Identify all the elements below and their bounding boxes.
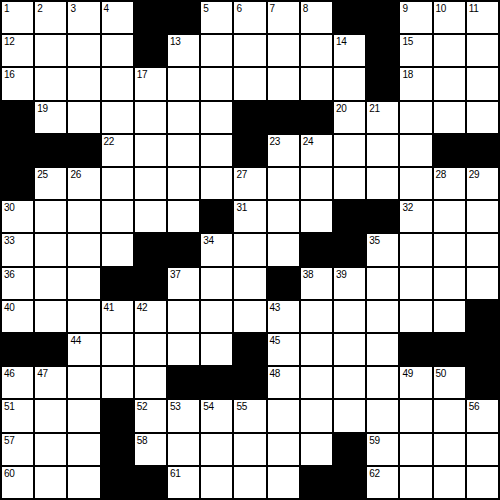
clue-number: 43 xyxy=(270,302,281,313)
cell-r6c12[interactable] xyxy=(367,168,398,199)
clue-number: 60 xyxy=(4,468,15,479)
cell-r14c5[interactable]: 58 xyxy=(135,434,166,465)
cell-r6c7[interactable] xyxy=(201,168,232,199)
cell-r13c12[interactable] xyxy=(367,400,398,431)
cell-r10c1[interactable]: 40 xyxy=(2,301,33,332)
cell-r10c2[interactable] xyxy=(35,301,66,332)
cell-r6c6[interactable] xyxy=(168,168,199,199)
cell-r7c13[interactable]: 32 xyxy=(400,201,431,232)
black-cell-r5c2 xyxy=(35,135,66,166)
black-cell-r2c5 xyxy=(135,35,166,66)
black-cell-r9c4 xyxy=(102,268,133,299)
black-cell-r7c11 xyxy=(334,201,365,232)
cell-r12c11[interactable] xyxy=(334,367,365,398)
cell-r11c9[interactable]: 45 xyxy=(268,334,299,365)
clue-number: 39 xyxy=(336,269,347,280)
cell-r14c14[interactable] xyxy=(434,434,465,465)
clue-number: 31 xyxy=(236,202,247,213)
cell-r10c7[interactable] xyxy=(201,301,232,332)
cell-r13c3[interactable] xyxy=(68,400,99,431)
cell-r14c2[interactable] xyxy=(35,434,66,465)
black-cell-r5c3 xyxy=(68,135,99,166)
cell-r12c4[interactable] xyxy=(102,367,133,398)
cell-r2c3[interactable] xyxy=(68,35,99,66)
cell-r6c10[interactable] xyxy=(301,168,332,199)
cell-r5c6[interactable] xyxy=(168,135,199,166)
clue-number: 57 xyxy=(4,435,15,446)
clue-number: 1 xyxy=(4,3,9,14)
clue-number: 13 xyxy=(170,36,181,47)
cell-r1c13[interactable]: 9 xyxy=(400,2,431,33)
black-cell-r15c5 xyxy=(135,467,166,498)
cell-r12c3[interactable] xyxy=(68,367,99,398)
cell-r9c13[interactable] xyxy=(400,268,431,299)
cell-r1c4[interactable]: 4 xyxy=(102,2,133,33)
cell-r6c9[interactable] xyxy=(268,168,299,199)
cell-r3c8[interactable] xyxy=(234,68,265,99)
clue-number: 59 xyxy=(369,435,380,446)
cell-r3c1[interactable]: 16 xyxy=(2,68,33,99)
cell-r15c15[interactable] xyxy=(467,467,498,498)
cell-r8c7[interactable]: 34 xyxy=(201,234,232,265)
cell-r11c7[interactable] xyxy=(201,334,232,365)
cell-r9c3[interactable] xyxy=(68,268,99,299)
clue-number: 52 xyxy=(137,401,148,412)
black-cell-r14c11 xyxy=(334,434,365,465)
black-cell-r12c8 xyxy=(234,367,265,398)
cell-r2c4[interactable] xyxy=(102,35,133,66)
cell-r3c13[interactable]: 18 xyxy=(400,68,431,99)
cell-r8c9[interactable] xyxy=(268,234,299,265)
black-cell-r15c10 xyxy=(301,467,332,498)
cell-r13c5[interactable]: 52 xyxy=(135,400,166,431)
cell-r14c9[interactable] xyxy=(268,434,299,465)
clue-number: 50 xyxy=(436,368,447,379)
cell-r1c1[interactable]: 1 xyxy=(2,2,33,33)
clue-number: 7 xyxy=(270,3,275,14)
cell-r13c6[interactable]: 53 xyxy=(168,400,199,431)
clue-number: 36 xyxy=(4,269,15,280)
cell-r11c5[interactable] xyxy=(135,334,166,365)
black-cell-r6c1 xyxy=(2,168,33,199)
cell-r15c2[interactable] xyxy=(35,467,66,498)
cell-r4c3[interactable] xyxy=(68,102,99,133)
cell-r15c13[interactable] xyxy=(400,467,431,498)
cell-r12c14[interactable]: 50 xyxy=(434,367,465,398)
clue-number: 42 xyxy=(137,302,148,313)
clue-number: 53 xyxy=(170,401,181,412)
cell-r12c9[interactable]: 48 xyxy=(268,367,299,398)
clue-number: 30 xyxy=(4,202,15,213)
black-cell-r7c12 xyxy=(367,201,398,232)
cell-r4c12[interactable]: 21 xyxy=(367,102,398,133)
cell-r8c2[interactable] xyxy=(35,234,66,265)
clue-number: 20 xyxy=(336,103,347,114)
cell-r13c10[interactable] xyxy=(301,400,332,431)
cell-r6c5[interactable] xyxy=(135,168,166,199)
clue-number: 2 xyxy=(37,3,42,14)
cell-r8c1[interactable]: 33 xyxy=(2,234,33,265)
black-cell-r7c7 xyxy=(201,201,232,232)
cell-r6c2[interactable]: 25 xyxy=(35,168,66,199)
cell-r11c4[interactable] xyxy=(102,334,133,365)
cell-r12c5[interactable] xyxy=(135,367,166,398)
cell-r9c11[interactable]: 39 xyxy=(334,268,365,299)
cell-r14c12[interactable]: 59 xyxy=(367,434,398,465)
black-cell-r10c15 xyxy=(467,301,498,332)
black-cell-r11c2 xyxy=(35,334,66,365)
cell-r2c8[interactable] xyxy=(234,35,265,66)
cell-r7c10[interactable] xyxy=(301,201,332,232)
cell-r14c8[interactable] xyxy=(234,434,265,465)
cell-r8c4[interactable] xyxy=(102,234,133,265)
black-cell-r11c14 xyxy=(434,334,465,365)
cell-r7c15[interactable] xyxy=(467,201,498,232)
clue-number: 33 xyxy=(4,235,15,246)
clue-number: 62 xyxy=(369,468,380,479)
clue-number: 34 xyxy=(203,235,214,246)
clue-number: 22 xyxy=(104,136,115,147)
clue-number: 28 xyxy=(436,169,447,180)
cell-r7c5[interactable] xyxy=(135,201,166,232)
black-cell-r11c1 xyxy=(2,334,33,365)
cell-r5c9[interactable]: 23 xyxy=(268,135,299,166)
cell-r5c7[interactable] xyxy=(201,135,232,166)
clue-number: 17 xyxy=(137,69,148,80)
clue-number: 23 xyxy=(270,136,281,147)
cell-r6c14[interactable]: 28 xyxy=(434,168,465,199)
cell-r7c6[interactable] xyxy=(168,201,199,232)
cell-r10c10[interactable] xyxy=(301,301,332,332)
cell-r7c9[interactable] xyxy=(268,201,299,232)
cell-r11c11[interactable] xyxy=(334,334,365,365)
cell-r15c12[interactable]: 62 xyxy=(367,467,398,498)
cell-r6c13[interactable] xyxy=(400,168,431,199)
crossword-board: 1234567891011121314151617181920212223242… xyxy=(0,0,500,500)
clue-number: 25 xyxy=(37,169,48,180)
black-cell-r12c6 xyxy=(168,367,199,398)
clue-number: 37 xyxy=(170,269,181,280)
black-cell-r9c9 xyxy=(268,268,299,299)
black-cell-r15c4 xyxy=(102,467,133,498)
cell-r5c11[interactable] xyxy=(334,135,365,166)
cell-r4c15[interactable] xyxy=(467,102,498,133)
black-cell-r5c14 xyxy=(434,135,465,166)
cell-r15c14[interactable] xyxy=(434,467,465,498)
clue-number: 16 xyxy=(4,69,15,80)
cell-r9c1[interactable]: 36 xyxy=(2,268,33,299)
clue-number: 51 xyxy=(4,401,15,412)
cell-r3c15[interactable] xyxy=(467,68,498,99)
cell-r5c10[interactable]: 24 xyxy=(301,135,332,166)
cell-r1c9[interactable]: 7 xyxy=(268,2,299,33)
clue-number: 35 xyxy=(369,235,380,246)
cell-r15c9[interactable] xyxy=(268,467,299,498)
black-cell-r8c11 xyxy=(334,234,365,265)
cell-r14c13[interactable] xyxy=(400,434,431,465)
cell-r13c9[interactable] xyxy=(268,400,299,431)
clue-number: 56 xyxy=(469,401,480,412)
black-cell-r9c5 xyxy=(135,268,166,299)
cell-r9c6[interactable]: 37 xyxy=(168,268,199,299)
cell-r4c6[interactable] xyxy=(168,102,199,133)
clue-number: 55 xyxy=(236,401,247,412)
cell-r13c15[interactable]: 56 xyxy=(467,400,498,431)
cell-r3c4[interactable] xyxy=(102,68,133,99)
cell-r2c13[interactable]: 15 xyxy=(400,35,431,66)
clue-number: 46 xyxy=(4,368,15,379)
cell-r3c10[interactable] xyxy=(301,68,332,99)
cell-r2c14[interactable] xyxy=(434,35,465,66)
clue-number: 3 xyxy=(70,3,75,14)
cell-r7c14[interactable] xyxy=(434,201,465,232)
black-cell-r1c12 xyxy=(367,2,398,33)
black-cell-r8c6 xyxy=(168,234,199,265)
cell-r1c2[interactable]: 2 xyxy=(35,2,66,33)
cell-r11c3[interactable]: 44 xyxy=(68,334,99,365)
cell-r1c10[interactable]: 8 xyxy=(301,2,332,33)
clue-number: 11 xyxy=(469,3,479,14)
cell-r4c2[interactable]: 19 xyxy=(35,102,66,133)
cell-r15c6[interactable]: 61 xyxy=(168,467,199,498)
cell-r10c9[interactable]: 43 xyxy=(268,301,299,332)
clue-number: 27 xyxy=(236,169,247,180)
clue-number: 58 xyxy=(137,435,148,446)
cell-r14c6[interactable] xyxy=(168,434,199,465)
clue-number: 48 xyxy=(270,368,281,379)
cell-r11c6[interactable] xyxy=(168,334,199,365)
cell-r6c8[interactable]: 27 xyxy=(234,168,265,199)
cell-r14c7[interactable] xyxy=(201,434,232,465)
cell-r6c3[interactable]: 26 xyxy=(68,168,99,199)
cell-r3c6[interactable] xyxy=(168,68,199,99)
black-cell-r4c1 xyxy=(2,102,33,133)
cell-r15c3[interactable] xyxy=(68,467,99,498)
cell-r9c7[interactable] xyxy=(201,268,232,299)
cell-r7c8[interactable]: 31 xyxy=(234,201,265,232)
cell-r8c8[interactable] xyxy=(234,234,265,265)
cell-r2c10[interactable] xyxy=(301,35,332,66)
cell-r10c11[interactable] xyxy=(334,301,365,332)
cell-r10c8[interactable] xyxy=(234,301,265,332)
black-cell-r5c8 xyxy=(234,135,265,166)
cell-r8c12[interactable]: 35 xyxy=(367,234,398,265)
cell-r13c13[interactable] xyxy=(400,400,431,431)
cell-r8c15[interactable] xyxy=(467,234,498,265)
cell-r7c2[interactable] xyxy=(35,201,66,232)
black-cell-r12c15 xyxy=(467,367,498,398)
cell-r15c8[interactable] xyxy=(234,467,265,498)
cell-r14c3[interactable] xyxy=(68,434,99,465)
cell-r3c11[interactable] xyxy=(334,68,365,99)
cell-r8c13[interactable] xyxy=(400,234,431,265)
clue-number: 10 xyxy=(436,3,447,14)
cell-r13c11[interactable] xyxy=(334,400,365,431)
black-cell-r3c12 xyxy=(367,68,398,99)
cell-r4c14[interactable] xyxy=(434,102,465,133)
black-cell-r8c10 xyxy=(301,234,332,265)
black-cell-r8c5 xyxy=(135,234,166,265)
cell-r4c11[interactable]: 20 xyxy=(334,102,365,133)
cell-r10c6[interactable] xyxy=(168,301,199,332)
cell-r4c5[interactable] xyxy=(135,102,166,133)
cell-r10c3[interactable] xyxy=(68,301,99,332)
black-cell-r12c7 xyxy=(201,367,232,398)
cell-r5c5[interactable] xyxy=(135,135,166,166)
cell-r6c15[interactable]: 29 xyxy=(467,168,498,199)
cell-r2c1[interactable]: 12 xyxy=(2,35,33,66)
clue-number: 8 xyxy=(303,3,308,14)
cell-r9c10[interactable]: 38 xyxy=(301,268,332,299)
clue-number: 44 xyxy=(70,335,81,346)
cell-r13c1[interactable]: 51 xyxy=(2,400,33,431)
cell-r10c13[interactable] xyxy=(400,301,431,332)
cell-r14c10[interactable] xyxy=(301,434,332,465)
clue-number: 4 xyxy=(104,3,109,14)
cell-r13c7[interactable]: 54 xyxy=(201,400,232,431)
cell-r3c3[interactable] xyxy=(68,68,99,99)
cell-r2c2[interactable] xyxy=(35,35,66,66)
cell-r5c12[interactable] xyxy=(367,135,398,166)
cell-r10c14[interactable] xyxy=(434,301,465,332)
clue-number: 61 xyxy=(170,468,181,479)
black-cell-r1c11 xyxy=(334,2,365,33)
cell-r4c7[interactable] xyxy=(201,102,232,133)
cell-r3c2[interactable] xyxy=(35,68,66,99)
cell-r12c13[interactable]: 49 xyxy=(400,367,431,398)
cell-r2c7[interactable] xyxy=(201,35,232,66)
clue-number: 12 xyxy=(4,36,15,47)
black-cell-r4c10 xyxy=(301,102,332,133)
cell-r7c4[interactable] xyxy=(102,201,133,232)
clue-number: 6 xyxy=(236,3,241,14)
cell-r2c6[interactable]: 13 xyxy=(168,35,199,66)
cell-r9c12[interactable] xyxy=(367,268,398,299)
cell-r13c2[interactable] xyxy=(35,400,66,431)
cell-r3c7[interactable] xyxy=(201,68,232,99)
clue-number: 40 xyxy=(4,302,15,313)
black-cell-r4c8 xyxy=(234,102,265,133)
black-cell-r1c5 xyxy=(135,2,166,33)
cell-r1c3[interactable]: 3 xyxy=(68,2,99,33)
cell-r15c7[interactable] xyxy=(201,467,232,498)
cell-r15c1[interactable]: 60 xyxy=(2,467,33,498)
cell-r13c8[interactable]: 55 xyxy=(234,400,265,431)
cell-r9c2[interactable] xyxy=(35,268,66,299)
cell-r10c4[interactable]: 41 xyxy=(102,301,133,332)
cell-r1c8[interactable]: 6 xyxy=(234,2,265,33)
cell-r10c12[interactable] xyxy=(367,301,398,332)
black-cell-r13c4 xyxy=(102,400,133,431)
cell-r7c1[interactable]: 30 xyxy=(2,201,33,232)
cell-r12c12[interactable] xyxy=(367,367,398,398)
cell-r2c9[interactable] xyxy=(268,35,299,66)
cell-r1c7[interactable]: 5 xyxy=(201,2,232,33)
cell-r3c9[interactable] xyxy=(268,68,299,99)
cell-r14c15[interactable] xyxy=(467,434,498,465)
clue-number: 9 xyxy=(402,3,407,14)
black-cell-r2c12 xyxy=(367,35,398,66)
clue-number: 26 xyxy=(70,169,81,180)
clue-number: 21 xyxy=(369,103,380,114)
clue-number: 47 xyxy=(37,368,48,379)
cell-r12c10[interactable] xyxy=(301,367,332,398)
clue-number: 5 xyxy=(203,3,208,14)
cell-r12c1[interactable]: 46 xyxy=(2,367,33,398)
clue-number: 45 xyxy=(270,335,281,346)
black-cell-r5c15 xyxy=(467,135,498,166)
clue-number: 14 xyxy=(336,36,347,47)
cell-r5c4[interactable]: 22 xyxy=(102,135,133,166)
cell-r9c14[interactable] xyxy=(434,268,465,299)
cell-r5c13[interactable] xyxy=(400,135,431,166)
cell-r6c4[interactable] xyxy=(102,168,133,199)
cell-r9c15[interactable] xyxy=(467,268,498,299)
cell-r13c14[interactable] xyxy=(434,400,465,431)
clue-number: 19 xyxy=(37,103,48,114)
black-cell-r11c13 xyxy=(400,334,431,365)
cell-r11c10[interactable] xyxy=(301,334,332,365)
cell-r3c5[interactable]: 17 xyxy=(135,68,166,99)
clue-number: 32 xyxy=(402,202,413,213)
cell-r2c11[interactable]: 14 xyxy=(334,35,365,66)
black-cell-r14c4 xyxy=(102,434,133,465)
black-cell-r11c15 xyxy=(467,334,498,365)
clue-number: 24 xyxy=(303,136,314,147)
cell-r9c8[interactable] xyxy=(234,268,265,299)
clue-number: 41 xyxy=(104,302,115,313)
cell-r10c5[interactable]: 42 xyxy=(135,301,166,332)
cell-r14c1[interactable]: 57 xyxy=(2,434,33,465)
cell-r7c3[interactable] xyxy=(68,201,99,232)
black-cell-r1c6 xyxy=(168,2,199,33)
clue-number: 54 xyxy=(203,401,214,412)
clue-number: 18 xyxy=(402,69,413,80)
cell-r1c15[interactable]: 11 xyxy=(467,2,498,33)
cell-r8c14[interactable] xyxy=(434,234,465,265)
cell-r12c2[interactable]: 47 xyxy=(35,367,66,398)
cell-r4c13[interactable] xyxy=(400,102,431,133)
cell-r1c14[interactable]: 10 xyxy=(434,2,465,33)
black-cell-r4c9 xyxy=(268,102,299,133)
cell-r6c11[interactable] xyxy=(334,168,365,199)
clue-number: 29 xyxy=(469,169,480,180)
black-cell-r11c8 xyxy=(234,334,265,365)
black-cell-r5c1 xyxy=(2,135,33,166)
clue-number: 38 xyxy=(303,269,314,280)
black-cell-r15c11 xyxy=(334,467,365,498)
cell-r11c12[interactable] xyxy=(367,334,398,365)
clue-number: 15 xyxy=(402,36,413,47)
cell-r4c4[interactable] xyxy=(102,102,133,133)
clue-number: 49 xyxy=(402,368,413,379)
cell-r8c3[interactable] xyxy=(68,234,99,265)
cell-r3c14[interactable] xyxy=(434,68,465,99)
cell-r2c15[interactable] xyxy=(467,35,498,66)
